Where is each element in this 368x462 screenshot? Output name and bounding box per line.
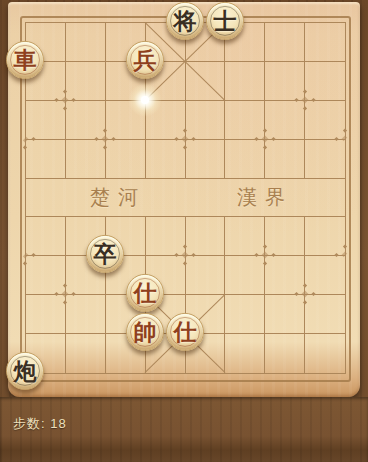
- board-cell: [66, 62, 106, 101]
- board-cell: [225, 256, 265, 295]
- river-label-left: 楚河: [82, 184, 146, 211]
- board-cell: [66, 295, 106, 334]
- board-cell: [66, 140, 106, 179]
- board-cell: [26, 256, 66, 295]
- piece-glyph: 兵: [134, 47, 157, 70]
- board-cell: [265, 295, 305, 334]
- piece-red-advisor[interactable]: 仕: [166, 313, 204, 351]
- board-cell: [265, 140, 305, 179]
- board-cell: [26, 179, 66, 218]
- board-cell: [26, 101, 66, 140]
- board-cell: [106, 140, 146, 179]
- board-cell: [66, 23, 106, 62]
- board-cell: [26, 295, 66, 334]
- board-cell: [186, 217, 226, 256]
- piece-glyph: 仕: [174, 319, 197, 342]
- board-cell: [225, 62, 265, 101]
- piece-glyph: 車: [14, 47, 37, 70]
- board-cell: [305, 334, 345, 373]
- piece-glyph: 帥: [134, 319, 157, 342]
- board-cell: [146, 217, 186, 256]
- board-cell: [225, 217, 265, 256]
- board-cell: [265, 256, 305, 295]
- piece-red-general[interactable]: 帥: [126, 313, 164, 351]
- board-cell: [66, 334, 106, 373]
- board-cell: [225, 140, 265, 179]
- board-cell: [265, 217, 305, 256]
- board-cell: [225, 101, 265, 140]
- board-cell: [26, 140, 66, 179]
- board-cell: [305, 62, 345, 101]
- piece-black-general[interactable]: 将: [166, 2, 204, 40]
- piece-glyph: 士: [214, 8, 237, 31]
- board-cell: [305, 23, 345, 62]
- board-cell: [186, 140, 226, 179]
- board-cell: [305, 140, 345, 179]
- xiangqi-game-screen: 楚河 漢界 将士車兵卒仕帥仕炮 步数: 18: [0, 0, 368, 462]
- board-cell: [305, 179, 345, 218]
- move-count-label: 步数: 18: [13, 415, 67, 433]
- board-cell: [186, 101, 226, 140]
- piece-glyph: 卒: [94, 241, 117, 264]
- board-cell: [146, 140, 186, 179]
- board-cell: [26, 217, 66, 256]
- board-cell: [305, 295, 345, 334]
- board-cell: [265, 334, 305, 373]
- piece-red-soldier[interactable]: 兵: [126, 41, 164, 79]
- piece-glyph: 仕: [134, 280, 157, 303]
- board-cell: [225, 334, 265, 373]
- board-cell: [265, 62, 305, 101]
- board-cell: [66, 101, 106, 140]
- board-cell: [186, 256, 226, 295]
- board-cell: [305, 217, 345, 256]
- board-cell: [265, 23, 305, 62]
- piece-glyph: 将: [174, 8, 197, 31]
- last-move-highlight: [128, 83, 162, 117]
- board-cell: [305, 101, 345, 140]
- piece-red-chariot[interactable]: 車: [6, 41, 44, 79]
- piece-red-advisor[interactable]: 仕: [126, 274, 164, 312]
- board-cell: [265, 101, 305, 140]
- piece-black-soldier[interactable]: 卒: [86, 235, 124, 273]
- piece-glyph: 炮: [14, 358, 37, 381]
- status-bar: 步数: 18: [0, 397, 368, 462]
- board-cell: [146, 179, 186, 218]
- piece-black-cannon[interactable]: 炮: [6, 352, 44, 390]
- board-cell: [186, 179, 226, 218]
- board-cell: [225, 295, 265, 334]
- board-cell: [305, 256, 345, 295]
- piece-black-advisor[interactable]: 士: [206, 2, 244, 40]
- river-label-right: 漢界: [229, 184, 293, 211]
